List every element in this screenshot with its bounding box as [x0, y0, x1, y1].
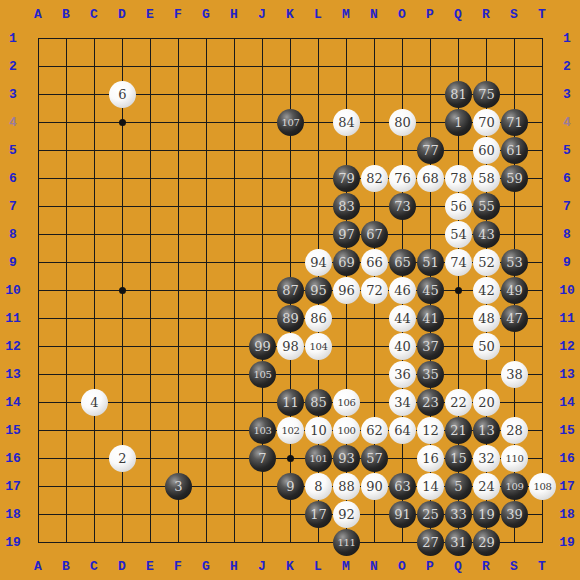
col-label-top-B: B	[62, 8, 70, 21]
stone-white-92[interactable]: 92	[333, 501, 360, 528]
stone-black-65[interactable]: 65	[389, 249, 416, 276]
stone-white-4[interactable]: 4	[81, 389, 108, 416]
row-label-right-17: 17	[559, 480, 575, 493]
stone-white-14[interactable]: 14	[417, 473, 444, 500]
stone-black-3[interactable]: 3	[165, 473, 192, 500]
stone-white-56[interactable]: 56	[445, 193, 472, 220]
star-point	[119, 119, 126, 126]
col-label-bottom-D: D	[118, 560, 126, 573]
col-label-top-S: S	[510, 8, 518, 21]
row-label-right-14: 14	[559, 396, 575, 409]
row-label-right-5: 5	[563, 144, 571, 157]
row-label-left-10: 10	[5, 284, 21, 297]
stone-white-12[interactable]: 12	[417, 417, 444, 444]
stone-white-76[interactable]: 76	[389, 165, 416, 192]
col-label-bottom-E: E	[146, 560, 154, 573]
col-label-top-K: K	[286, 8, 294, 21]
stone-black-87[interactable]: 87	[277, 277, 304, 304]
stone-black-53[interactable]: 53	[501, 249, 528, 276]
row-label-right-2: 2	[563, 60, 571, 73]
stone-black-103[interactable]: 103	[249, 417, 276, 444]
stone-black-61[interactable]: 61	[501, 137, 528, 164]
stone-white-70[interactable]: 70	[473, 109, 500, 136]
col-label-bottom-M: M	[342, 560, 350, 573]
row-label-left-11: 11	[5, 312, 21, 325]
stone-white-100[interactable]: 100	[333, 417, 360, 444]
stone-black-91[interactable]: 91	[389, 501, 416, 528]
row-label-left-12: 12	[5, 340, 21, 353]
stone-white-38[interactable]: 38	[501, 361, 528, 388]
col-label-top-L: L	[314, 8, 322, 21]
stone-black-83[interactable]: 83	[333, 193, 360, 220]
stone-white-88[interactable]: 88	[333, 473, 360, 500]
col-label-bottom-S: S	[510, 560, 518, 573]
row-label-left-17: 17	[5, 480, 21, 493]
stone-white-98[interactable]: 98	[277, 333, 304, 360]
stone-white-50[interactable]: 50	[473, 333, 500, 360]
stone-white-24[interactable]: 24	[473, 473, 500, 500]
stone-white-90[interactable]: 90	[361, 473, 388, 500]
stone-white-86[interactable]: 86	[305, 305, 332, 332]
stone-white-42[interactable]: 42	[473, 277, 500, 304]
col-label-bottom-P: P	[426, 560, 434, 573]
stone-white-52[interactable]: 52	[473, 249, 500, 276]
col-label-bottom-N: N	[370, 560, 378, 573]
stone-white-72[interactable]: 72	[361, 277, 388, 304]
stone-white-20[interactable]: 20	[473, 389, 500, 416]
stone-black-21[interactable]: 21	[445, 417, 472, 444]
star-point	[455, 287, 462, 294]
stone-black-101[interactable]: 101	[305, 445, 332, 472]
row-label-right-16: 16	[559, 452, 575, 465]
col-label-top-H: H	[230, 8, 238, 21]
stone-black-67[interactable]: 67	[361, 221, 388, 248]
row-label-right-15: 15	[559, 424, 575, 437]
col-label-top-A: A	[34, 8, 42, 21]
row-label-left-18: 18	[5, 508, 21, 521]
stone-black-15[interactable]: 15	[445, 445, 472, 472]
stone-black-7[interactable]: 7	[249, 445, 276, 472]
stone-black-47[interactable]: 47	[501, 305, 528, 332]
stone-white-46[interactable]: 46	[389, 277, 416, 304]
stone-white-102[interactable]: 102	[277, 417, 304, 444]
row-label-left-3: 3	[9, 88, 17, 101]
col-label-bottom-H: H	[230, 560, 238, 573]
row-label-right-4: 4	[563, 116, 571, 129]
stone-white-10[interactable]: 10	[305, 417, 332, 444]
stone-black-63[interactable]: 63	[389, 473, 416, 500]
stone-white-78[interactable]: 78	[445, 165, 472, 192]
stone-white-84[interactable]: 84	[333, 109, 360, 136]
stone-black-75[interactable]: 75	[473, 81, 500, 108]
stone-black-25[interactable]: 25	[417, 501, 444, 528]
stone-black-13[interactable]: 13	[473, 417, 500, 444]
stone-white-22[interactable]: 22	[445, 389, 472, 416]
stone-black-35[interactable]: 35	[417, 361, 444, 388]
col-label-bottom-A: A	[34, 560, 42, 573]
stone-white-6[interactable]: 6	[109, 81, 136, 108]
stone-white-110[interactable]: 110	[501, 445, 528, 472]
col-label-top-T: T	[538, 8, 546, 21]
stone-black-107[interactable]: 107	[277, 109, 304, 136]
row-label-right-1: 1	[563, 32, 571, 45]
stone-black-89[interactable]: 89	[277, 305, 304, 332]
stone-black-23[interactable]: 23	[417, 389, 444, 416]
stone-black-55[interactable]: 55	[473, 193, 500, 220]
stone-black-37[interactable]: 37	[417, 333, 444, 360]
col-label-bottom-F: F	[174, 560, 182, 573]
col-label-bottom-K: K	[286, 560, 294, 573]
stone-black-49[interactable]: 49	[501, 277, 528, 304]
stone-black-29[interactable]: 29	[473, 529, 500, 556]
row-label-left-14: 14	[5, 396, 21, 409]
row-label-right-13: 13	[559, 368, 575, 381]
star-point	[119, 287, 126, 294]
stone-black-69[interactable]: 69	[333, 249, 360, 276]
col-label-bottom-T: T	[538, 560, 546, 573]
row-label-left-1: 1	[9, 32, 17, 45]
stone-white-104[interactable]: 104	[305, 333, 332, 360]
stone-white-48[interactable]: 48	[473, 305, 500, 332]
row-label-left-5: 5	[9, 144, 17, 157]
grid-line-vertical	[542, 38, 543, 543]
stone-white-108[interactable]: 108	[529, 473, 556, 500]
row-label-right-6: 6	[563, 172, 571, 185]
stone-black-19[interactable]: 19	[473, 501, 500, 528]
stone-black-77[interactable]: 77	[417, 137, 444, 164]
col-label-top-O: O	[398, 8, 406, 21]
col-label-top-P: P	[426, 8, 434, 21]
stone-white-74[interactable]: 74	[445, 249, 472, 276]
row-label-left-2: 2	[9, 60, 17, 73]
stone-black-17[interactable]: 17	[305, 501, 332, 528]
col-label-top-Q: Q	[454, 8, 462, 21]
stone-white-8[interactable]: 8	[305, 473, 332, 500]
stone-white-96[interactable]: 96	[333, 277, 360, 304]
row-label-left-19: 19	[5, 536, 21, 549]
row-label-right-11: 11	[559, 312, 575, 325]
stone-black-59[interactable]: 59	[501, 165, 528, 192]
row-label-left-8: 8	[9, 228, 17, 241]
col-label-bottom-L: L	[314, 560, 322, 573]
row-label-right-19: 19	[559, 536, 575, 549]
stone-white-28[interactable]: 28	[501, 417, 528, 444]
stone-white-34[interactable]: 34	[389, 389, 416, 416]
stone-black-109[interactable]: 109	[501, 473, 528, 500]
col-label-top-C: C	[90, 8, 98, 21]
col-label-bottom-C: C	[90, 560, 98, 573]
col-label-top-F: F	[174, 8, 182, 21]
row-label-left-4: 4	[9, 116, 17, 129]
row-label-right-10: 10	[559, 284, 575, 297]
col-label-top-R: R	[482, 8, 490, 21]
star-point	[287, 455, 294, 462]
stone-black-11[interactable]: 11	[277, 389, 304, 416]
row-label-right-9: 9	[563, 256, 571, 269]
stone-white-66[interactable]: 66	[361, 249, 388, 276]
stone-black-41[interactable]: 41	[417, 305, 444, 332]
stone-white-62[interactable]: 62	[361, 417, 388, 444]
stone-black-95[interactable]: 95	[305, 277, 332, 304]
col-label-bottom-R: R	[482, 560, 490, 573]
stone-white-106[interactable]: 106	[333, 389, 360, 416]
stone-black-33[interactable]: 33	[445, 501, 472, 528]
row-label-left-9: 9	[9, 256, 17, 269]
col-label-top-D: D	[118, 8, 126, 21]
col-label-bottom-Q: Q	[454, 560, 462, 573]
col-label-bottom-G: G	[202, 560, 210, 573]
stone-black-9[interactable]: 9	[277, 473, 304, 500]
stone-black-99[interactable]: 99	[249, 333, 276, 360]
col-label-top-G: G	[202, 8, 210, 21]
go-board[interactable]: AABBCCDDEEFFGGHHJJKKLLMMNNOOPPQQRRSSTT11…	[0, 0, 580, 580]
stone-black-85[interactable]: 85	[305, 389, 332, 416]
stone-black-43[interactable]: 43	[473, 221, 500, 248]
stone-white-94[interactable]: 94	[305, 249, 332, 276]
col-label-top-E: E	[146, 8, 154, 21]
stone-black-45[interactable]: 45	[417, 277, 444, 304]
stone-white-60[interactable]: 60	[473, 137, 500, 164]
stone-white-82[interactable]: 82	[361, 165, 388, 192]
row-label-left-13: 13	[5, 368, 21, 381]
col-label-top-J: J	[258, 8, 266, 21]
stone-white-58[interactable]: 58	[473, 165, 500, 192]
stone-white-44[interactable]: 44	[389, 305, 416, 332]
stone-black-5[interactable]: 5	[445, 473, 472, 500]
stone-black-81[interactable]: 81	[445, 81, 472, 108]
col-label-bottom-B: B	[62, 560, 70, 573]
stone-black-51[interactable]: 51	[417, 249, 444, 276]
stone-white-80[interactable]: 80	[389, 109, 416, 136]
stone-black-105[interactable]: 105	[249, 361, 276, 388]
row-label-right-8: 8	[563, 228, 571, 241]
col-label-bottom-J: J	[258, 560, 266, 573]
stone-black-97[interactable]: 97	[333, 221, 360, 248]
col-label-bottom-O: O	[398, 560, 406, 573]
row-label-left-16: 16	[5, 452, 21, 465]
stone-white-54[interactable]: 54	[445, 221, 472, 248]
stone-white-2[interactable]: 2	[109, 445, 136, 472]
stone-black-31[interactable]: 31	[445, 529, 472, 556]
stone-white-40[interactable]: 40	[389, 333, 416, 360]
stone-black-39[interactable]: 39	[501, 501, 528, 528]
stone-white-36[interactable]: 36	[389, 361, 416, 388]
stone-black-57[interactable]: 57	[361, 445, 388, 472]
stone-black-111[interactable]: 111	[333, 529, 360, 556]
stone-black-73[interactable]: 73	[389, 193, 416, 220]
row-label-left-15: 15	[5, 424, 21, 437]
row-label-right-3: 3	[563, 88, 571, 101]
stone-white-64[interactable]: 64	[389, 417, 416, 444]
stone-black-79[interactable]: 79	[333, 165, 360, 192]
row-label-right-7: 7	[563, 200, 571, 213]
stone-white-68[interactable]: 68	[417, 165, 444, 192]
stone-black-27[interactable]: 27	[417, 529, 444, 556]
grid-line-horizontal	[38, 374, 543, 375]
row-label-left-7: 7	[9, 200, 17, 213]
stone-black-1[interactable]: 1	[445, 109, 472, 136]
stone-white-32[interactable]: 32	[473, 445, 500, 472]
stone-black-71[interactable]: 71	[501, 109, 528, 136]
row-label-right-12: 12	[559, 340, 575, 353]
stone-black-93[interactable]: 93	[333, 445, 360, 472]
col-label-top-N: N	[370, 8, 378, 21]
row-label-right-18: 18	[559, 508, 575, 521]
col-label-top-M: M	[342, 8, 350, 21]
stone-white-16[interactable]: 16	[417, 445, 444, 472]
row-label-left-6: 6	[9, 172, 17, 185]
